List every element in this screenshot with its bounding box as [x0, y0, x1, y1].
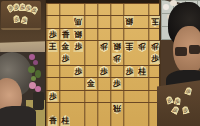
leaf [28, 66, 35, 73]
shogi-board: 馬銀玉歩香銀王金歩歩銀圭歩歩歩歩歩歩歩歩桂金歩歩飛香桂 [45, 0, 161, 126]
flower [35, 86, 41, 92]
shogi-piece: 銀 [73, 29, 83, 40]
player-left-shoulder [0, 106, 36, 126]
flower-vase [33, 92, 44, 110]
broadcast-frame: 馬銀玉歩香銀王金歩歩銀圭歩歩歩歩歩歩歩歩桂金歩歩飛香桂 歩歩歩歩歩歩歩歩歩歩歩歩 [0, 0, 200, 126]
player-right-glasses-left-lens [175, 47, 187, 56]
flower [33, 60, 38, 65]
leaf [31, 76, 36, 81]
blossom [163, 4, 169, 10]
board-top-edge [46, 0, 159, 3]
player-right-glasses-right-lens [189, 45, 200, 54]
